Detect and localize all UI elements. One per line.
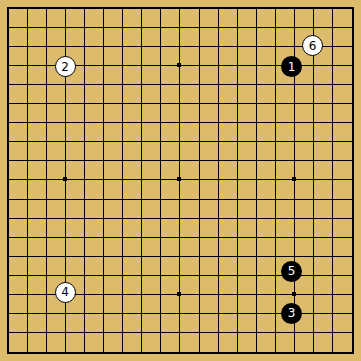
grid-cell xyxy=(9,47,28,66)
grid-cell xyxy=(314,85,333,104)
grid-cell xyxy=(276,9,295,28)
grid-cell xyxy=(200,104,219,123)
grid-cell xyxy=(9,333,28,352)
grid-cell xyxy=(276,85,295,104)
grid-cell xyxy=(238,9,257,28)
grid-cell xyxy=(295,276,314,295)
grid-cell xyxy=(85,47,104,66)
grid-cell xyxy=(104,161,123,180)
grid-cell xyxy=(142,276,161,295)
grid-cell xyxy=(123,28,142,47)
grid-cell xyxy=(104,180,123,199)
grid-cell xyxy=(142,333,161,352)
grid-cell xyxy=(276,276,295,295)
grid-cell xyxy=(333,257,352,276)
grid-cell xyxy=(180,276,199,295)
grid-cell xyxy=(85,180,104,199)
grid-cell xyxy=(9,161,28,180)
grid-cell xyxy=(219,161,238,180)
grid-cell xyxy=(238,276,257,295)
grid-cell xyxy=(47,28,66,47)
grid-cell xyxy=(85,28,104,47)
grid-cell xyxy=(161,28,180,47)
grid-cell xyxy=(66,257,85,276)
grid-cell xyxy=(142,47,161,66)
grid-cell xyxy=(123,180,142,199)
grid-cell xyxy=(180,257,199,276)
grid-cell xyxy=(276,180,295,199)
grid-cell xyxy=(28,9,47,28)
grid-cell xyxy=(85,9,104,28)
grid-cell xyxy=(238,104,257,123)
grid-cell xyxy=(161,123,180,142)
grid-cell xyxy=(295,314,314,333)
grid-cell xyxy=(276,219,295,238)
grid-cell xyxy=(219,180,238,199)
grid-cell xyxy=(66,161,85,180)
grid-cell xyxy=(219,333,238,352)
grid-cell xyxy=(180,295,199,314)
grid-cell xyxy=(314,314,333,333)
grid-cell xyxy=(314,161,333,180)
grid-cell xyxy=(314,28,333,47)
grid-cell xyxy=(85,295,104,314)
grid-cell xyxy=(85,219,104,238)
grid-cell xyxy=(238,238,257,257)
grid-cell xyxy=(123,257,142,276)
grid-cell xyxy=(161,276,180,295)
grid-cell xyxy=(180,66,199,85)
grid-cell xyxy=(200,200,219,219)
grid-cell xyxy=(142,66,161,85)
grid-cell xyxy=(276,161,295,180)
grid-cell xyxy=(66,104,85,123)
grid-cell xyxy=(123,142,142,161)
grid-cell xyxy=(142,314,161,333)
grid-cell xyxy=(66,28,85,47)
grid-cell xyxy=(85,85,104,104)
grid-cell xyxy=(47,142,66,161)
grid-cell xyxy=(142,123,161,142)
grid-cell xyxy=(28,47,47,66)
grid-cell xyxy=(295,219,314,238)
grid-cell xyxy=(47,276,66,295)
grid-cell xyxy=(200,333,219,352)
grid-cell xyxy=(219,200,238,219)
grid-cell xyxy=(295,85,314,104)
grid-cell xyxy=(123,333,142,352)
grid-cell xyxy=(180,9,199,28)
grid-cell xyxy=(142,85,161,104)
grid-cell xyxy=(180,123,199,142)
grid-cell xyxy=(104,276,123,295)
grid-cell xyxy=(295,295,314,314)
grid-cell xyxy=(257,9,276,28)
grid-cell xyxy=(333,142,352,161)
grid-cell xyxy=(314,276,333,295)
grid-cell xyxy=(9,200,28,219)
grid-cell xyxy=(314,200,333,219)
grid-cell xyxy=(9,28,28,47)
grid-cell xyxy=(123,47,142,66)
grid-cell xyxy=(123,200,142,219)
grid-cell xyxy=(66,66,85,85)
grid-cell xyxy=(333,295,352,314)
grid-cell xyxy=(180,104,199,123)
grid-cell xyxy=(333,314,352,333)
grid-cell xyxy=(104,9,123,28)
grid-cell xyxy=(257,85,276,104)
grid-cell xyxy=(257,200,276,219)
grid-cell xyxy=(142,200,161,219)
grid-cell xyxy=(180,85,199,104)
grid-cell xyxy=(257,104,276,123)
grid-cell xyxy=(219,47,238,66)
grid-cell xyxy=(9,257,28,276)
grid-cell xyxy=(257,314,276,333)
grid-cell xyxy=(276,66,295,85)
grid-cell xyxy=(142,28,161,47)
grid-cell xyxy=(257,28,276,47)
grid-cell xyxy=(47,219,66,238)
grid-cell xyxy=(9,123,28,142)
grid-cell xyxy=(104,104,123,123)
grid-cell xyxy=(47,180,66,199)
grid-cell xyxy=(85,142,104,161)
grid-cell xyxy=(161,257,180,276)
grid-cell xyxy=(276,295,295,314)
grid-cell xyxy=(66,142,85,161)
grid-cell xyxy=(66,219,85,238)
grid-cell xyxy=(47,200,66,219)
grid-cell xyxy=(28,257,47,276)
grid-cell xyxy=(123,104,142,123)
grid-cell xyxy=(9,180,28,199)
grid-cell xyxy=(238,66,257,85)
grid-cell xyxy=(47,85,66,104)
grid-cell xyxy=(47,123,66,142)
grid-cell xyxy=(47,314,66,333)
grid-cell xyxy=(161,142,180,161)
grid-cell xyxy=(66,333,85,352)
grid-cell xyxy=(123,314,142,333)
grid-cell xyxy=(238,257,257,276)
grid-cell xyxy=(104,314,123,333)
grid-cell xyxy=(219,85,238,104)
grid-cell xyxy=(257,238,276,257)
grid-cell xyxy=(238,142,257,161)
grid-cell xyxy=(180,314,199,333)
grid-cell xyxy=(28,28,47,47)
grid-cell xyxy=(28,180,47,199)
grid-cell xyxy=(333,123,352,142)
grid-cell xyxy=(9,314,28,333)
grid-cell xyxy=(123,9,142,28)
grid-cell xyxy=(47,47,66,66)
grid-cell xyxy=(257,161,276,180)
go-board xyxy=(7,7,354,354)
grid-cell xyxy=(28,219,47,238)
grid-cell xyxy=(257,333,276,352)
grid-cell xyxy=(257,47,276,66)
grid-cell xyxy=(219,9,238,28)
grid-cell xyxy=(142,219,161,238)
grid-cell xyxy=(295,142,314,161)
grid-cell xyxy=(28,276,47,295)
grid-cell xyxy=(295,333,314,352)
grid-cell xyxy=(333,47,352,66)
grid-cell xyxy=(85,66,104,85)
grid-cell xyxy=(276,257,295,276)
grid-cell xyxy=(9,85,28,104)
grid-cell xyxy=(238,123,257,142)
grid-cell xyxy=(276,123,295,142)
grid-cell xyxy=(28,142,47,161)
grid-cell xyxy=(104,333,123,352)
grid-cell xyxy=(47,257,66,276)
grid-cell xyxy=(333,276,352,295)
grid-cell xyxy=(314,104,333,123)
grid-cell xyxy=(257,257,276,276)
grid-cell xyxy=(180,180,199,199)
grid-cell xyxy=(219,66,238,85)
grid-cell xyxy=(28,295,47,314)
grid-cell xyxy=(276,333,295,352)
grid-cell xyxy=(295,123,314,142)
grid-cell xyxy=(314,142,333,161)
grid-cell xyxy=(200,142,219,161)
grid-cell xyxy=(47,238,66,257)
grid-cell xyxy=(200,47,219,66)
grid-cell xyxy=(9,142,28,161)
grid-cell xyxy=(85,104,104,123)
grid-cell xyxy=(200,238,219,257)
grid-cell xyxy=(295,238,314,257)
grid-cell xyxy=(200,180,219,199)
grid-cell xyxy=(314,257,333,276)
grid-cell xyxy=(66,85,85,104)
grid-cell xyxy=(66,9,85,28)
grid-cell xyxy=(238,295,257,314)
grid-cell xyxy=(200,257,219,276)
grid-cell xyxy=(161,238,180,257)
grid-cell xyxy=(314,66,333,85)
grid-cell xyxy=(238,219,257,238)
grid-cell xyxy=(219,142,238,161)
grid-cell xyxy=(180,161,199,180)
grid-cell xyxy=(161,200,180,219)
grid-cell xyxy=(161,333,180,352)
grid-cell xyxy=(219,276,238,295)
grid-cell xyxy=(333,180,352,199)
grid-cell xyxy=(333,85,352,104)
grid-cell xyxy=(123,295,142,314)
grid-cell xyxy=(180,28,199,47)
grid-cell xyxy=(123,238,142,257)
grid-cell xyxy=(47,104,66,123)
grid-cell xyxy=(219,295,238,314)
grid-cell xyxy=(28,314,47,333)
grid-cell xyxy=(123,276,142,295)
grid-cell xyxy=(314,180,333,199)
grid-cell xyxy=(257,66,276,85)
grid-cell xyxy=(219,238,238,257)
grid-cell xyxy=(333,66,352,85)
grid-cell xyxy=(333,28,352,47)
grid-cell xyxy=(200,219,219,238)
grid-cell xyxy=(104,66,123,85)
grid-cell xyxy=(104,219,123,238)
grid-cell xyxy=(104,85,123,104)
grid-cell xyxy=(200,28,219,47)
grid-cell xyxy=(85,238,104,257)
grid-cell xyxy=(219,123,238,142)
grid-cell xyxy=(104,123,123,142)
grid-cell xyxy=(104,295,123,314)
grid-cell xyxy=(104,238,123,257)
grid-cell xyxy=(28,238,47,257)
grid-cell xyxy=(104,257,123,276)
grid-cell xyxy=(104,200,123,219)
grid-cell xyxy=(276,142,295,161)
grid-cell xyxy=(104,28,123,47)
grid-cell xyxy=(142,295,161,314)
grid-cell xyxy=(9,295,28,314)
grid-cell xyxy=(180,238,199,257)
grid-cell xyxy=(161,85,180,104)
grid-cell xyxy=(161,47,180,66)
grid-cell xyxy=(200,85,219,104)
grid-cell xyxy=(28,333,47,352)
grid-cell xyxy=(85,257,104,276)
grid-cell xyxy=(28,85,47,104)
grid-cell xyxy=(238,47,257,66)
grid-cell xyxy=(295,66,314,85)
grid-cell xyxy=(314,9,333,28)
grid-cell xyxy=(238,85,257,104)
grid-cell xyxy=(161,219,180,238)
grid-cell xyxy=(66,314,85,333)
grid-cell xyxy=(28,161,47,180)
grid-cell xyxy=(47,66,66,85)
grid-cell xyxy=(295,47,314,66)
grid-cell xyxy=(200,314,219,333)
grid-cell xyxy=(180,333,199,352)
grid-cell xyxy=(295,9,314,28)
grid-cell xyxy=(123,219,142,238)
grid-cell xyxy=(47,9,66,28)
grid-cell xyxy=(123,123,142,142)
grid-cell xyxy=(66,180,85,199)
grid-cell xyxy=(314,333,333,352)
grid-cell xyxy=(257,295,276,314)
grid-cell xyxy=(200,123,219,142)
grid-cell xyxy=(123,85,142,104)
grid-cell xyxy=(28,104,47,123)
grid-cell xyxy=(219,104,238,123)
grid-cell xyxy=(238,161,257,180)
grid-cell xyxy=(238,333,257,352)
grid-cell xyxy=(314,238,333,257)
grid-cell xyxy=(9,66,28,85)
grid-cell xyxy=(161,104,180,123)
grid-cell xyxy=(238,314,257,333)
grid-cell xyxy=(219,314,238,333)
grid-cell xyxy=(200,295,219,314)
grid-cell xyxy=(142,161,161,180)
grid-cell xyxy=(180,219,199,238)
grid-cell xyxy=(9,276,28,295)
grid-cell xyxy=(257,180,276,199)
grid-cell xyxy=(276,47,295,66)
go-board-diagram: 123456 xyxy=(0,0,361,361)
grid-cell xyxy=(200,66,219,85)
grid-cell xyxy=(142,142,161,161)
grid-cell xyxy=(295,200,314,219)
grid-cell xyxy=(9,9,28,28)
grid-cell xyxy=(161,295,180,314)
grid-cell xyxy=(28,123,47,142)
grid-cell xyxy=(66,200,85,219)
grid-cell xyxy=(142,180,161,199)
grid-cell xyxy=(257,142,276,161)
grid-cell xyxy=(257,123,276,142)
grid-cell xyxy=(180,47,199,66)
grid-cell xyxy=(161,161,180,180)
grid-cell xyxy=(180,200,199,219)
grid-cell xyxy=(333,333,352,352)
grid-cell xyxy=(85,333,104,352)
grid-cell xyxy=(85,161,104,180)
grid-cell xyxy=(85,123,104,142)
grid-cell xyxy=(333,200,352,219)
grid-cell xyxy=(333,104,352,123)
grid-cell xyxy=(276,238,295,257)
grid-cell xyxy=(333,161,352,180)
grid-cell xyxy=(9,238,28,257)
grid-cell xyxy=(333,9,352,28)
grid-cell xyxy=(295,104,314,123)
grid-cell xyxy=(257,219,276,238)
grid-cell xyxy=(142,238,161,257)
grid-cell xyxy=(47,295,66,314)
grid-cell xyxy=(257,276,276,295)
grid-cell xyxy=(47,161,66,180)
grid-cell xyxy=(219,219,238,238)
grid-cell xyxy=(314,123,333,142)
grid-cell xyxy=(142,104,161,123)
grid-cell xyxy=(295,28,314,47)
grid-cell xyxy=(295,161,314,180)
grid-cell xyxy=(9,219,28,238)
grid-cell xyxy=(161,66,180,85)
grid-cell xyxy=(123,161,142,180)
grid-cell xyxy=(219,28,238,47)
grid-cell xyxy=(28,66,47,85)
grid-cell xyxy=(200,161,219,180)
grid-cell xyxy=(238,200,257,219)
grid-cell xyxy=(85,314,104,333)
grid-cell xyxy=(314,219,333,238)
grid-cell xyxy=(180,142,199,161)
grid-cell xyxy=(66,123,85,142)
grid-cell xyxy=(66,47,85,66)
grid-cell xyxy=(142,9,161,28)
grid-cell xyxy=(66,276,85,295)
grid-cell xyxy=(104,142,123,161)
grid-cell xyxy=(276,200,295,219)
grid-cell xyxy=(161,180,180,199)
